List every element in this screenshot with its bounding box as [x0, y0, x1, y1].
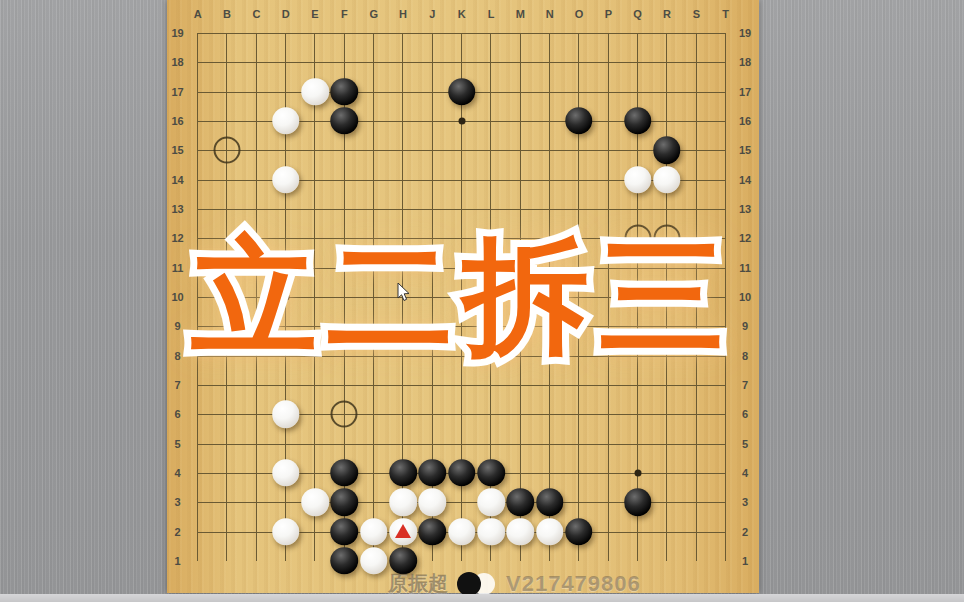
black-stone-F16: [331, 107, 359, 135]
row-label-left-1: 1: [174, 555, 180, 567]
white-stone-H3: [389, 489, 417, 517]
column-label-S: S: [693, 8, 700, 20]
white-stone-J3: [419, 489, 447, 517]
white-stone-L2: [477, 518, 505, 546]
black-stone-R15: [653, 137, 681, 165]
row-label-left-18: 18: [171, 56, 183, 68]
column-label-B: B: [223, 8, 231, 20]
row-label-left-15: 15: [171, 144, 183, 156]
white-stone-Q14: [624, 166, 652, 194]
column-label-Q: Q: [633, 8, 642, 20]
row-label-left-11: 11: [172, 262, 184, 274]
white-stone-K2: [448, 518, 476, 546]
row-label-right-10: 10: [739, 291, 751, 303]
bottom-strip: [0, 594, 964, 602]
black-stone-Q3: [624, 489, 652, 517]
go-board[interactable]: ABCDEFGHJKLMNOPQRST191918181717161615151…: [167, 0, 759, 593]
row-label-left-10: 10: [171, 291, 183, 303]
row-label-right-11: 11: [739, 262, 751, 274]
star-point-K16: [458, 117, 465, 124]
row-label-right-4: 4: [742, 467, 748, 479]
black-stone-N3: [536, 489, 564, 517]
row-label-left-4: 4: [174, 467, 180, 479]
row-label-left-19: 19: [171, 27, 183, 39]
row-label-left-6: 6: [174, 408, 180, 420]
row-label-left-8: 8: [174, 350, 180, 362]
white-stone-D2: [272, 518, 300, 546]
column-label-F: F: [341, 8, 348, 20]
row-label-left-2: 2: [174, 526, 180, 538]
black-stone-F1: [331, 547, 359, 575]
column-label-O: O: [575, 8, 584, 20]
black-stone-K4: [448, 459, 476, 487]
row-label-right-2: 2: [742, 526, 748, 538]
black-stone-L4: [477, 459, 505, 487]
black-stone-O16: [565, 107, 593, 135]
column-label-H: H: [399, 8, 407, 20]
column-label-K: K: [458, 8, 466, 20]
circle-marker-R12: [653, 225, 680, 252]
white-stone-G1: [360, 547, 388, 575]
star-point-D10: [282, 293, 289, 300]
row-label-right-6: 6: [742, 408, 748, 420]
row-label-right-16: 16: [739, 115, 751, 127]
star-point-K10: [458, 293, 465, 300]
row-label-right-18: 18: [739, 56, 751, 68]
black-stone-J2: [419, 518, 447, 546]
triangle-marker-H2: [395, 523, 411, 537]
black-stone-K17: [448, 78, 476, 106]
black-stone-icon: [457, 572, 481, 596]
white-stone-E3: [301, 489, 329, 517]
row-label-right-5: 5: [742, 438, 748, 450]
column-label-C: C: [252, 8, 260, 20]
row-label-right-19: 19: [739, 27, 751, 39]
white-stone-D4: [272, 459, 300, 487]
column-label-J: J: [429, 8, 435, 20]
white-stone-D16: [272, 107, 300, 135]
white-stone-M2: [507, 518, 535, 546]
column-label-E: E: [311, 8, 318, 20]
row-label-right-17: 17: [739, 86, 751, 98]
column-label-N: N: [546, 8, 554, 20]
black-stone-F3: [331, 489, 359, 517]
go-stones-icon: [457, 572, 497, 596]
black-stone-Q16: [624, 107, 652, 135]
column-label-G: G: [369, 8, 378, 20]
row-label-left-3: 3: [174, 496, 180, 508]
row-label-right-15: 15: [739, 144, 751, 156]
column-label-A: A: [194, 8, 202, 20]
white-stone-D14: [272, 166, 300, 194]
white-stone-E17: [301, 78, 329, 106]
watermark: 原振超 V217479806: [388, 570, 641, 597]
black-stone-F4: [331, 459, 359, 487]
row-label-right-8: 8: [742, 350, 748, 362]
row-label-right-7: 7: [742, 379, 748, 391]
row-label-left-13: 13: [171, 203, 183, 215]
column-label-R: R: [663, 8, 671, 20]
row-label-right-1: 1: [742, 555, 748, 567]
white-stone-N2: [536, 518, 564, 546]
column-label-L: L: [488, 8, 495, 20]
white-stone-R14: [653, 166, 681, 194]
circle-marker-F6: [331, 401, 358, 428]
column-label-M: M: [516, 8, 525, 20]
watermark-author: 原振超: [388, 570, 448, 597]
black-stone-F2: [331, 518, 359, 546]
black-stone-J4: [419, 459, 447, 487]
column-label-T: T: [722, 8, 729, 20]
white-stone-D6: [272, 401, 300, 429]
row-label-left-9: 9: [174, 320, 180, 332]
row-label-right-12: 12: [739, 232, 751, 244]
star-point-Q4: [634, 469, 641, 476]
white-stone-L3: [477, 489, 505, 517]
row-label-left-7: 7: [174, 379, 180, 391]
black-stone-H4: [389, 459, 417, 487]
row-label-left-12: 12: [171, 232, 183, 244]
circle-marker-Q12: [624, 225, 651, 252]
row-label-left-14: 14: [171, 174, 183, 186]
black-stone-O2: [565, 518, 593, 546]
row-label-right-9: 9: [742, 320, 748, 332]
white-stone-G2: [360, 518, 388, 546]
row-label-right-14: 14: [739, 174, 751, 186]
row-label-left-5: 5: [174, 438, 180, 450]
row-label-right-3: 3: [742, 496, 748, 508]
watermark-id: V217479806: [506, 571, 641, 597]
black-stone-M3: [507, 489, 535, 517]
star-point-Q10: [634, 293, 641, 300]
circle-marker-B15: [214, 137, 241, 164]
row-label-left-17: 17: [171, 86, 183, 98]
column-label-D: D: [282, 8, 290, 20]
row-label-right-13: 13: [739, 203, 751, 215]
column-label-P: P: [605, 8, 612, 20]
black-stone-F17: [331, 78, 359, 106]
row-label-left-16: 16: [171, 115, 183, 127]
